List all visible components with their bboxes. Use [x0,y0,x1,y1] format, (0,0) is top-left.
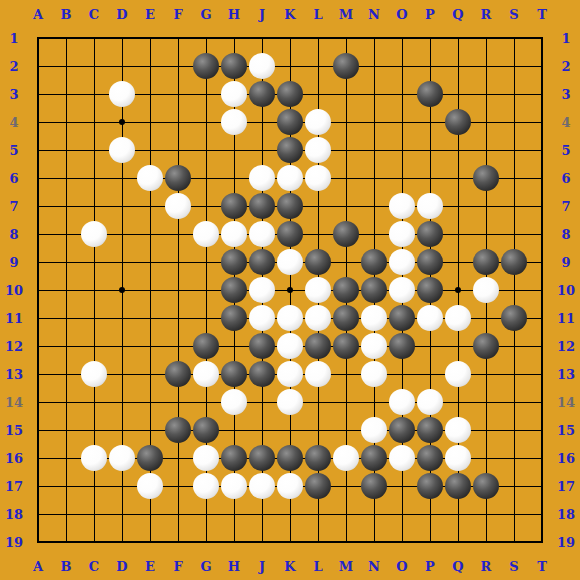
intersection-B6[interactable] [52,164,80,192]
intersection-S4[interactable] [500,108,528,136]
intersection-B17[interactable] [52,472,80,500]
intersection-M15[interactable] [332,416,360,444]
intersection-F18[interactable] [164,500,192,528]
intersection-R14[interactable] [472,388,500,416]
intersection-D2[interactable] [108,52,136,80]
intersection-A4[interactable] [24,108,52,136]
intersection-F6[interactable] [164,164,192,192]
intersection-C18[interactable] [80,500,108,528]
intersection-L14[interactable] [304,388,332,416]
intersection-H8[interactable] [220,220,248,248]
intersection-H6[interactable] [220,164,248,192]
intersection-T17[interactable] [528,472,556,500]
intersection-K8[interactable] [276,220,304,248]
intersection-D15[interactable] [108,416,136,444]
intersection-D13[interactable] [108,360,136,388]
intersection-H3[interactable] [220,80,248,108]
intersection-C4[interactable] [80,108,108,136]
intersection-N16[interactable] [360,444,388,472]
intersection-N19[interactable] [360,528,388,556]
intersection-M16[interactable] [332,444,360,472]
intersection-M12[interactable] [332,332,360,360]
intersection-O13[interactable] [388,360,416,388]
intersection-Q10[interactable] [444,276,472,304]
intersection-O11[interactable] [388,304,416,332]
intersection-M18[interactable] [332,500,360,528]
intersection-F16[interactable] [164,444,192,472]
intersection-B16[interactable] [52,444,80,472]
intersection-M17[interactable] [332,472,360,500]
intersection-G17[interactable] [192,472,220,500]
intersection-L8[interactable] [304,220,332,248]
intersection-P14[interactable] [416,388,444,416]
intersection-E10[interactable] [136,276,164,304]
intersection-H2[interactable] [220,52,248,80]
intersection-E3[interactable] [136,80,164,108]
intersection-C6[interactable] [80,164,108,192]
intersection-R4[interactable] [472,108,500,136]
intersection-F15[interactable] [164,416,192,444]
intersection-B8[interactable] [52,220,80,248]
intersection-K9[interactable] [276,248,304,276]
intersection-F10[interactable] [164,276,192,304]
intersection-H13[interactable] [220,360,248,388]
intersection-R11[interactable] [472,304,500,332]
intersection-A17[interactable] [24,472,52,500]
intersection-A18[interactable] [24,500,52,528]
intersection-P6[interactable] [416,164,444,192]
intersection-K16[interactable] [276,444,304,472]
intersection-L2[interactable] [304,52,332,80]
intersection-M2[interactable] [332,52,360,80]
intersection-E9[interactable] [136,248,164,276]
intersection-A2[interactable] [24,52,52,80]
intersection-R3[interactable] [472,80,500,108]
intersection-R18[interactable] [472,500,500,528]
intersection-G14[interactable] [192,388,220,416]
intersection-L5[interactable] [304,136,332,164]
intersection-G11[interactable] [192,304,220,332]
intersection-F12[interactable] [164,332,192,360]
intersection-J19[interactable] [248,528,276,556]
intersection-C11[interactable] [80,304,108,332]
intersection-R2[interactable] [472,52,500,80]
intersection-D8[interactable] [108,220,136,248]
intersection-S17[interactable] [500,472,528,500]
intersection-H16[interactable] [220,444,248,472]
intersection-N17[interactable] [360,472,388,500]
intersection-G12[interactable] [192,332,220,360]
intersection-A5[interactable] [24,136,52,164]
intersection-P8[interactable] [416,220,444,248]
intersection-L17[interactable] [304,472,332,500]
intersection-N6[interactable] [360,164,388,192]
intersection-A1[interactable] [24,24,52,52]
intersection-O1[interactable] [388,24,416,52]
intersection-L13[interactable] [304,360,332,388]
intersection-C9[interactable] [80,248,108,276]
intersection-M19[interactable] [332,528,360,556]
intersection-G3[interactable] [192,80,220,108]
intersection-K14[interactable] [276,388,304,416]
intersection-Q19[interactable] [444,528,472,556]
intersection-L16[interactable] [304,444,332,472]
intersection-D10[interactable] [108,276,136,304]
intersection-R13[interactable] [472,360,500,388]
intersection-N1[interactable] [360,24,388,52]
intersection-A8[interactable] [24,220,52,248]
intersection-M3[interactable] [332,80,360,108]
intersection-E6[interactable] [136,164,164,192]
intersection-G5[interactable] [192,136,220,164]
intersection-O4[interactable] [388,108,416,136]
intersection-M13[interactable] [332,360,360,388]
intersection-R1[interactable] [472,24,500,52]
intersection-M11[interactable] [332,304,360,332]
intersection-S8[interactable] [500,220,528,248]
intersection-P1[interactable] [416,24,444,52]
intersection-E12[interactable] [136,332,164,360]
intersection-J17[interactable] [248,472,276,500]
intersection-S11[interactable] [500,304,528,332]
intersection-Q2[interactable] [444,52,472,80]
intersection-Q8[interactable] [444,220,472,248]
intersection-A12[interactable] [24,332,52,360]
intersection-L15[interactable] [304,416,332,444]
intersection-T12[interactable] [528,332,556,360]
intersection-R16[interactable] [472,444,500,472]
intersection-P17[interactable] [416,472,444,500]
intersection-S19[interactable] [500,528,528,556]
intersection-C7[interactable] [80,192,108,220]
intersection-Q7[interactable] [444,192,472,220]
intersection-M9[interactable] [332,248,360,276]
intersection-F9[interactable] [164,248,192,276]
intersection-K6[interactable] [276,164,304,192]
intersection-J15[interactable] [248,416,276,444]
intersection-H5[interactable] [220,136,248,164]
intersection-N15[interactable] [360,416,388,444]
intersection-H4[interactable] [220,108,248,136]
intersection-A13[interactable] [24,360,52,388]
intersection-T8[interactable] [528,220,556,248]
intersection-B12[interactable] [52,332,80,360]
intersection-B15[interactable] [52,416,80,444]
intersection-B11[interactable] [52,304,80,332]
intersection-H12[interactable] [220,332,248,360]
intersection-A14[interactable] [24,388,52,416]
intersection-K7[interactable] [276,192,304,220]
intersection-P15[interactable] [416,416,444,444]
intersection-F2[interactable] [164,52,192,80]
intersection-L10[interactable] [304,276,332,304]
intersection-O14[interactable] [388,388,416,416]
intersection-C1[interactable] [80,24,108,52]
intersection-S9[interactable] [500,248,528,276]
intersection-J2[interactable] [248,52,276,80]
intersection-S6[interactable] [500,164,528,192]
intersection-A11[interactable] [24,304,52,332]
intersection-T11[interactable] [528,304,556,332]
intersection-Q11[interactable] [444,304,472,332]
intersection-B18[interactable] [52,500,80,528]
intersection-C2[interactable] [80,52,108,80]
intersection-B19[interactable] [52,528,80,556]
intersection-S2[interactable] [500,52,528,80]
intersection-J10[interactable] [248,276,276,304]
intersection-F7[interactable] [164,192,192,220]
intersection-O19[interactable] [388,528,416,556]
intersection-J14[interactable] [248,388,276,416]
intersection-Q1[interactable] [444,24,472,52]
intersection-R8[interactable] [472,220,500,248]
intersection-G10[interactable] [192,276,220,304]
intersection-D4[interactable] [108,108,136,136]
intersection-A10[interactable] [24,276,52,304]
intersection-J5[interactable] [248,136,276,164]
intersection-G4[interactable] [192,108,220,136]
intersection-T10[interactable] [528,276,556,304]
intersection-J4[interactable] [248,108,276,136]
intersection-O10[interactable] [388,276,416,304]
intersection-F19[interactable] [164,528,192,556]
intersection-N11[interactable] [360,304,388,332]
intersection-K13[interactable] [276,360,304,388]
intersection-J3[interactable] [248,80,276,108]
intersection-H1[interactable] [220,24,248,52]
intersection-O2[interactable] [388,52,416,80]
intersection-F13[interactable] [164,360,192,388]
intersection-D1[interactable] [108,24,136,52]
intersection-L4[interactable] [304,108,332,136]
intersection-H10[interactable] [220,276,248,304]
intersection-Q5[interactable] [444,136,472,164]
intersection-T6[interactable] [528,164,556,192]
intersection-C5[interactable] [80,136,108,164]
intersection-G18[interactable] [192,500,220,528]
intersection-S12[interactable] [500,332,528,360]
intersection-R19[interactable] [472,528,500,556]
intersection-G6[interactable] [192,164,220,192]
intersection-M10[interactable] [332,276,360,304]
intersection-S15[interactable] [500,416,528,444]
intersection-B14[interactable] [52,388,80,416]
intersection-S13[interactable] [500,360,528,388]
intersection-R10[interactable] [472,276,500,304]
intersection-D9[interactable] [108,248,136,276]
intersection-M4[interactable] [332,108,360,136]
intersection-T9[interactable] [528,248,556,276]
intersection-R7[interactable] [472,192,500,220]
intersection-Q6[interactable] [444,164,472,192]
intersection-P2[interactable] [416,52,444,80]
intersection-H11[interactable] [220,304,248,332]
intersection-S3[interactable] [500,80,528,108]
intersection-H19[interactable] [220,528,248,556]
intersection-E17[interactable] [136,472,164,500]
intersection-T16[interactable] [528,444,556,472]
intersection-B2[interactable] [52,52,80,80]
intersection-N3[interactable] [360,80,388,108]
intersection-L12[interactable] [304,332,332,360]
intersection-B3[interactable] [52,80,80,108]
intersection-Q18[interactable] [444,500,472,528]
intersection-T2[interactable] [528,52,556,80]
intersection-A16[interactable] [24,444,52,472]
intersection-O16[interactable] [388,444,416,472]
intersection-R17[interactable] [472,472,500,500]
intersection-G16[interactable] [192,444,220,472]
intersection-R6[interactable] [472,164,500,192]
intersection-Q14[interactable] [444,388,472,416]
intersection-F3[interactable] [164,80,192,108]
intersection-T19[interactable] [528,528,556,556]
intersection-C17[interactable] [80,472,108,500]
intersection-L7[interactable] [304,192,332,220]
intersection-E5[interactable] [136,136,164,164]
intersection-S16[interactable] [500,444,528,472]
intersection-D14[interactable] [108,388,136,416]
intersection-T5[interactable] [528,136,556,164]
intersection-A3[interactable] [24,80,52,108]
intersection-N10[interactable] [360,276,388,304]
intersection-O18[interactable] [388,500,416,528]
intersection-C8[interactable] [80,220,108,248]
intersection-N4[interactable] [360,108,388,136]
intersection-E14[interactable] [136,388,164,416]
intersection-D18[interactable] [108,500,136,528]
intersection-B5[interactable] [52,136,80,164]
intersection-S1[interactable] [500,24,528,52]
intersection-G1[interactable] [192,24,220,52]
intersection-N7[interactable] [360,192,388,220]
intersection-R12[interactable] [472,332,500,360]
intersection-H9[interactable] [220,248,248,276]
intersection-O5[interactable] [388,136,416,164]
intersection-P10[interactable] [416,276,444,304]
intersection-F11[interactable] [164,304,192,332]
intersection-M5[interactable] [332,136,360,164]
intersection-T14[interactable] [528,388,556,416]
intersection-H15[interactable] [220,416,248,444]
intersection-C19[interactable] [80,528,108,556]
intersection-P4[interactable] [416,108,444,136]
intersection-O12[interactable] [388,332,416,360]
intersection-S10[interactable] [500,276,528,304]
intersection-K15[interactable] [276,416,304,444]
intersection-G2[interactable] [192,52,220,80]
intersection-H17[interactable] [220,472,248,500]
intersection-T4[interactable] [528,108,556,136]
intersection-E13[interactable] [136,360,164,388]
intersection-K12[interactable] [276,332,304,360]
intersection-D3[interactable] [108,80,136,108]
intersection-Q16[interactable] [444,444,472,472]
intersection-P3[interactable] [416,80,444,108]
intersection-M8[interactable] [332,220,360,248]
intersection-J8[interactable] [248,220,276,248]
intersection-M14[interactable] [332,388,360,416]
intersection-J9[interactable] [248,248,276,276]
intersection-L19[interactable] [304,528,332,556]
intersection-P12[interactable] [416,332,444,360]
intersection-O8[interactable] [388,220,416,248]
intersection-E15[interactable] [136,416,164,444]
intersection-M6[interactable] [332,164,360,192]
intersection-R5[interactable] [472,136,500,164]
intersection-N8[interactable] [360,220,388,248]
intersection-B1[interactable] [52,24,80,52]
intersection-A19[interactable] [24,528,52,556]
intersection-P11[interactable] [416,304,444,332]
intersection-D11[interactable] [108,304,136,332]
intersection-P16[interactable] [416,444,444,472]
intersection-C3[interactable] [80,80,108,108]
intersection-Q4[interactable] [444,108,472,136]
intersection-D12[interactable] [108,332,136,360]
intersection-F8[interactable] [164,220,192,248]
intersection-D7[interactable] [108,192,136,220]
intersection-T15[interactable] [528,416,556,444]
intersection-G8[interactable] [192,220,220,248]
intersection-H14[interactable] [220,388,248,416]
intersection-P5[interactable] [416,136,444,164]
intersection-P9[interactable] [416,248,444,276]
intersection-J1[interactable] [248,24,276,52]
intersection-K18[interactable] [276,500,304,528]
intersection-B9[interactable] [52,248,80,276]
intersection-Q12[interactable] [444,332,472,360]
intersection-L1[interactable] [304,24,332,52]
intersection-Q13[interactable] [444,360,472,388]
intersection-N5[interactable] [360,136,388,164]
intersection-T13[interactable] [528,360,556,388]
intersection-P7[interactable] [416,192,444,220]
intersection-E4[interactable] [136,108,164,136]
intersection-E18[interactable] [136,500,164,528]
intersection-T7[interactable] [528,192,556,220]
intersection-A15[interactable] [24,416,52,444]
intersection-K1[interactable] [276,24,304,52]
intersection-N12[interactable] [360,332,388,360]
intersection-O17[interactable] [388,472,416,500]
intersection-F4[interactable] [164,108,192,136]
intersection-M1[interactable] [332,24,360,52]
intersection-H18[interactable] [220,500,248,528]
intersection-G7[interactable] [192,192,220,220]
intersection-C12[interactable] [80,332,108,360]
intersection-B13[interactable] [52,360,80,388]
intersection-O15[interactable] [388,416,416,444]
intersection-M7[interactable] [332,192,360,220]
intersection-C15[interactable] [80,416,108,444]
intersection-K3[interactable] [276,80,304,108]
intersection-E11[interactable] [136,304,164,332]
intersection-H7[interactable] [220,192,248,220]
intersection-N9[interactable] [360,248,388,276]
intersection-C16[interactable] [80,444,108,472]
intersection-J11[interactable] [248,304,276,332]
intersection-E1[interactable] [136,24,164,52]
intersection-D5[interactable] [108,136,136,164]
intersection-O6[interactable] [388,164,416,192]
intersection-B10[interactable] [52,276,80,304]
intersection-O3[interactable] [388,80,416,108]
intersection-F14[interactable] [164,388,192,416]
intersection-B4[interactable] [52,108,80,136]
intersection-J13[interactable] [248,360,276,388]
intersection-C14[interactable] [80,388,108,416]
